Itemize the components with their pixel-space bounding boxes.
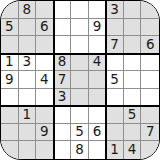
sudoku-cell-r6c4[interactable]: 3	[54, 89, 72, 107]
given-digit: 6	[93, 125, 102, 139]
sudoku-cell-r1c9[interactable]	[141, 1, 159, 19]
sudoku-cell-r1c7[interactable]: 3	[106, 1, 124, 19]
sudoku-cell-r1c5[interactable]	[71, 1, 89, 19]
sudoku-board: 8356976138494753159567814	[0, 0, 160, 160]
sudoku-cell-r9c4[interactable]	[54, 141, 72, 159]
given-digit: 5	[5, 20, 14, 34]
sudoku-cell-r7c2[interactable]: 1	[19, 106, 37, 124]
sudoku-cell-r9c9[interactable]	[141, 141, 159, 159]
sudoku-cell-r9c1[interactable]	[1, 141, 19, 159]
sudoku-cell-r4c8[interactable]	[124, 54, 142, 72]
given-digit: 4	[40, 73, 49, 87]
sudoku-cell-r6c1[interactable]	[1, 89, 19, 107]
sudoku-cell-r3c2[interactable]	[19, 36, 37, 54]
given-digit: 3	[23, 55, 32, 69]
given-digit: 1	[5, 55, 14, 69]
given-digit: 4	[93, 55, 102, 69]
sudoku-cell-r5c5[interactable]	[71, 71, 89, 89]
sudoku-cell-r2c6[interactable]: 9	[89, 19, 107, 37]
sudoku-cell-r5c6[interactable]	[89, 71, 107, 89]
given-digit: 6	[40, 20, 49, 34]
sudoku-cell-r7c1[interactable]	[1, 106, 19, 124]
sudoku-cell-r9c3[interactable]	[36, 141, 54, 159]
sudoku-cell-r5c3[interactable]: 4	[36, 71, 54, 89]
given-digit: 3	[110, 3, 119, 17]
sudoku-cell-r3c1[interactable]	[1, 36, 19, 54]
sudoku-cell-r4c4[interactable]: 8	[54, 54, 72, 72]
sudoku-cell-r1c1[interactable]	[1, 1, 19, 19]
sudoku-cell-r6c7[interactable]	[106, 89, 124, 107]
sudoku-cell-r7c5[interactable]	[71, 106, 89, 124]
sudoku-cell-r3c3[interactable]	[36, 36, 54, 54]
given-digit: 9	[5, 73, 14, 87]
given-digit: 3	[58, 90, 67, 104]
sudoku-cell-r4c5[interactable]	[71, 54, 89, 72]
sudoku-cell-r3c7[interactable]: 7	[106, 36, 124, 54]
sudoku-cell-r2c9[interactable]	[141, 19, 159, 37]
given-digit: 8	[58, 55, 67, 69]
sudoku-cell-r8c3[interactable]: 9	[36, 124, 54, 142]
sudoku-cell-r6c2[interactable]	[19, 89, 37, 107]
sudoku-cell-r5c2[interactable]	[19, 71, 37, 89]
sudoku-cell-r1c8[interactable]	[124, 1, 142, 19]
sudoku-cell-r6c8[interactable]	[124, 89, 142, 107]
sudoku-cell-r7c3[interactable]	[36, 106, 54, 124]
sudoku-cell-r9c6[interactable]	[89, 141, 107, 159]
sudoku-cell-r3c8[interactable]	[124, 36, 142, 54]
sudoku-grid: 8356976138494753159567814	[1, 1, 159, 159]
sudoku-cell-r2c8[interactable]	[124, 19, 142, 37]
given-digit: 1	[23, 108, 32, 122]
given-digit: 6	[146, 38, 155, 52]
sudoku-cell-r1c4[interactable]	[54, 1, 72, 19]
sudoku-cell-r8c6[interactable]: 6	[89, 124, 107, 142]
sudoku-cell-r4c1[interactable]: 1	[1, 54, 19, 72]
sudoku-cell-r2c7[interactable]	[106, 19, 124, 37]
sudoku-cell-r8c4[interactable]	[54, 124, 72, 142]
sudoku-cell-r3c9[interactable]: 6	[141, 36, 159, 54]
sudoku-cell-r3c4[interactable]	[54, 36, 72, 54]
sudoku-cell-r4c9[interactable]	[141, 54, 159, 72]
sudoku-cell-r2c3[interactable]: 6	[36, 19, 54, 37]
sudoku-cell-r3c5[interactable]	[71, 36, 89, 54]
sudoku-cell-r5c9[interactable]	[141, 71, 159, 89]
sudoku-cell-r8c1[interactable]	[1, 124, 19, 142]
sudoku-cell-r8c7[interactable]	[106, 124, 124, 142]
sudoku-cell-r9c2[interactable]	[19, 141, 37, 159]
sudoku-cell-r4c3[interactable]	[36, 54, 54, 72]
given-digit: 5	[128, 108, 137, 122]
sudoku-cell-r8c5[interactable]: 5	[71, 124, 89, 142]
sudoku-cell-r7c4[interactable]	[54, 106, 72, 124]
sudoku-cell-r2c1[interactable]: 5	[1, 19, 19, 37]
given-digit: 9	[40, 125, 49, 139]
given-digit: 9	[93, 20, 102, 34]
sudoku-cell-r7c7[interactable]	[106, 106, 124, 124]
sudoku-cell-r4c7[interactable]	[106, 54, 124, 72]
sudoku-cell-r6c9[interactable]	[141, 89, 159, 107]
sudoku-cell-r2c4[interactable]	[54, 19, 72, 37]
sudoku-cell-r6c6[interactable]	[89, 89, 107, 107]
given-digit: 7	[58, 73, 67, 87]
given-digit: 8	[75, 143, 84, 157]
sudoku-cell-r2c2[interactable]	[19, 19, 37, 37]
sudoku-cell-r7c6[interactable]	[89, 106, 107, 124]
sudoku-cell-r1c2[interactable]: 8	[19, 1, 37, 19]
sudoku-cell-r8c2[interactable]	[19, 124, 37, 142]
sudoku-cell-r1c3[interactable]	[36, 1, 54, 19]
sudoku-cell-r1c6[interactable]	[89, 1, 107, 19]
sudoku-cell-r4c2[interactable]: 3	[19, 54, 37, 72]
sudoku-cell-r2c5[interactable]	[71, 19, 89, 37]
given-digit: 8	[23, 3, 32, 17]
sudoku-cell-r7c9[interactable]	[141, 106, 159, 124]
sudoku-cell-r9c7[interactable]: 1	[106, 141, 124, 159]
given-digit: 7	[146, 125, 155, 139]
sudoku-cell-r6c3[interactable]	[36, 89, 54, 107]
sudoku-cell-r9c8[interactable]: 4	[124, 141, 142, 159]
given-digit: 5	[110, 73, 119, 87]
sudoku-cell-r8c8[interactable]	[124, 124, 142, 142]
sudoku-cell-r5c1[interactable]: 9	[1, 71, 19, 89]
given-digit: 7	[110, 38, 119, 52]
sudoku-cell-r5c4[interactable]: 7	[54, 71, 72, 89]
sudoku-cell-r4c6[interactable]: 4	[89, 54, 107, 72]
given-digit: 1	[110, 143, 119, 157]
given-digit: 5	[75, 125, 84, 139]
sudoku-cell-r9c5[interactable]: 8	[71, 141, 89, 159]
sudoku-cell-r8c9[interactable]: 7	[141, 124, 159, 142]
given-digit: 4	[128, 143, 137, 157]
sudoku-cell-r6c5[interactable]	[71, 89, 89, 107]
sudoku-cell-r7c8[interactable]: 5	[124, 106, 142, 124]
sudoku-cell-r3c6[interactable]	[89, 36, 107, 54]
sudoku-cell-r5c8[interactable]	[124, 71, 142, 89]
sudoku-cell-r5c7[interactable]: 5	[106, 71, 124, 89]
sudoku-app-icon: 8356976138494753159567814	[0, 0, 160, 160]
